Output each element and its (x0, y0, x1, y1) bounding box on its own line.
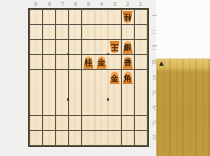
file-label-8: 8 (43, 0, 56, 8)
shogi-diagram: 9 8 7 6 5 4 3 2 1 一 二 三 四 五 六 七 八 九 桂 王 … (0, 0, 210, 156)
rank-label-3: 三 (150, 40, 159, 55)
hoshi-dot (107, 98, 109, 100)
file-label-9: 9 (29, 0, 42, 8)
piece-glyph: 角 (124, 74, 132, 84)
file-label-1: 1 (134, 0, 147, 8)
piece-glyph: 香 (124, 58, 132, 68)
piece-glyph: 金 (111, 74, 119, 84)
piece-glyph: 銀 (124, 43, 132, 53)
file-label-2: 2 (121, 0, 134, 8)
sente-hand-marker: ▲ (159, 60, 164, 66)
hoshi-dot (67, 53, 69, 55)
file-label-4: 4 (95, 0, 108, 8)
file-label-6: 6 (69, 0, 82, 8)
hoshi-dot (67, 98, 69, 100)
rank-label-1: 一 (150, 9, 159, 24)
piece-glyph: 王 (111, 41, 119, 51)
piece-glyph: 金 (98, 58, 106, 68)
file-label-5: 5 (82, 0, 95, 8)
piece-glyph: 桂 (85, 58, 93, 68)
background-panel (156, 0, 210, 58)
hoshi-dot (107, 53, 109, 55)
komadai-sente[interactable]: ▲ (156, 58, 210, 156)
rank-label-2: 二 (150, 25, 159, 40)
file-label-3: 3 (108, 0, 121, 8)
file-label-7: 7 (56, 0, 69, 8)
piece-glyph: 桂 (124, 11, 132, 21)
